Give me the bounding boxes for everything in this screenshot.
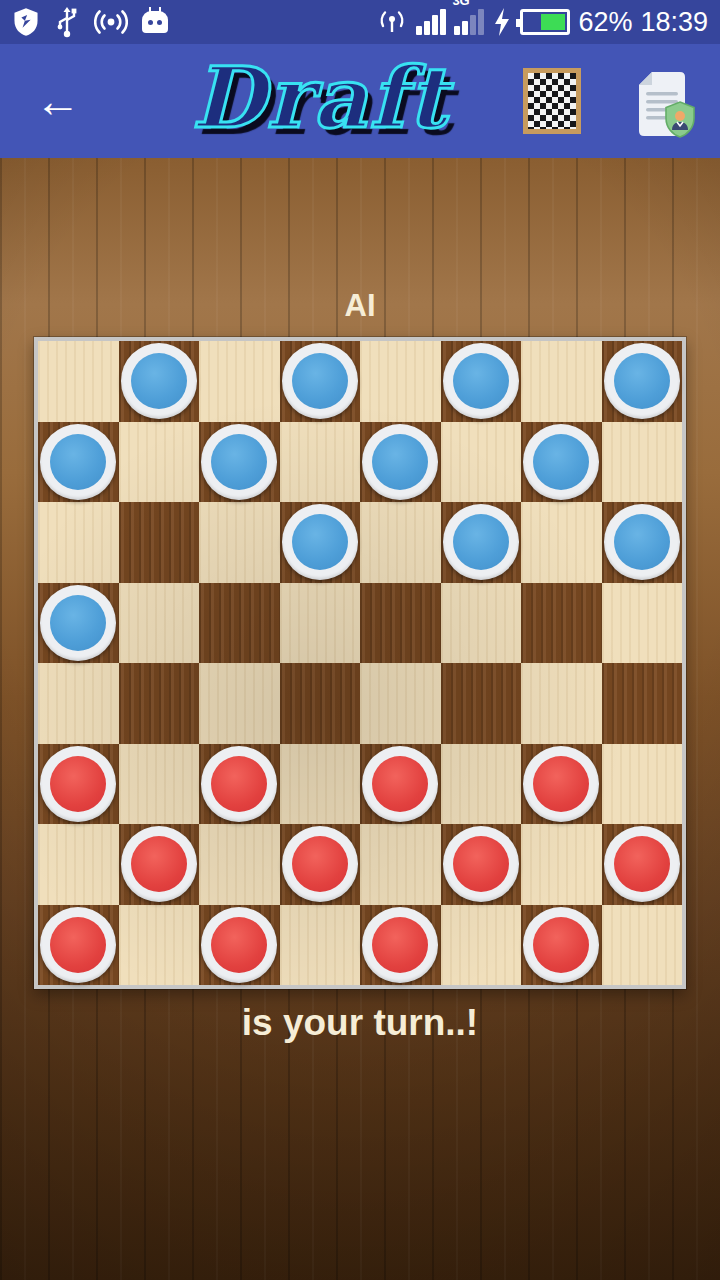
checker-piece-red[interactable] — [523, 746, 599, 822]
shield-icon — [12, 7, 40, 37]
piece-inner — [50, 917, 106, 973]
hotspot-icon — [94, 8, 128, 36]
checker-piece-red[interactable] — [443, 826, 519, 902]
board-square[interactable] — [119, 583, 200, 664]
board-square[interactable] — [38, 341, 119, 422]
piece-inner — [211, 434, 267, 490]
board-square[interactable] — [199, 422, 280, 503]
board-square[interactable] — [280, 341, 361, 422]
board-square[interactable] — [360, 663, 441, 744]
android-icon — [142, 11, 168, 33]
board-square[interactable] — [521, 663, 602, 744]
piece-inner — [372, 434, 428, 490]
board-square[interactable] — [602, 583, 683, 664]
screen: 3G 62% 18:39 ← Draft — [0, 0, 720, 1280]
piece-inner — [614, 353, 670, 409]
board-square[interactable] — [441, 341, 522, 422]
piece-inner — [292, 836, 348, 892]
board-square[interactable] — [38, 583, 119, 664]
checker-piece-blue[interactable] — [201, 424, 277, 500]
checker-piece-blue[interactable] — [40, 585, 116, 661]
piece-inner — [211, 917, 267, 973]
board-square[interactable] — [521, 502, 602, 583]
board-square[interactable] — [119, 744, 200, 825]
battery-percent: 62% — [578, 7, 632, 38]
checker-piece-blue[interactable] — [443, 504, 519, 580]
back-arrow-icon: ← — [35, 75, 81, 127]
board — [34, 337, 686, 989]
board-square[interactable] — [602, 502, 683, 583]
piece-inner — [50, 434, 106, 490]
piece-inner — [453, 836, 509, 892]
piece-inner — [292, 514, 348, 570]
checker-piece-blue[interactable] — [121, 343, 197, 419]
checker-piece-red[interactable] — [523, 907, 599, 983]
back-button[interactable]: ← — [30, 74, 86, 130]
board-square[interactable] — [521, 824, 602, 905]
board-square[interactable] — [280, 824, 361, 905]
piece-inner — [533, 756, 589, 812]
board-square[interactable] — [119, 824, 200, 905]
checkerboard-icon[interactable] — [523, 68, 581, 134]
board-square[interactable] — [360, 341, 441, 422]
board-square[interactable] — [521, 583, 602, 664]
board-square[interactable] — [360, 583, 441, 664]
board-square[interactable] — [280, 744, 361, 825]
checker-piece-red[interactable] — [282, 826, 358, 902]
board-square[interactable] — [441, 583, 522, 664]
checker-piece-red[interactable] — [201, 907, 277, 983]
piece-inner — [614, 836, 670, 892]
board-square[interactable] — [441, 663, 522, 744]
board-square[interactable] — [38, 905, 119, 986]
opponent-label: AI — [0, 288, 720, 324]
board-square[interactable] — [280, 422, 361, 503]
signal-icon — [416, 9, 446, 35]
app-title-logo: Draft — [130, 44, 510, 158]
piece-inner — [131, 353, 187, 409]
board-square[interactable] — [119, 663, 200, 744]
board-square[interactable] — [199, 905, 280, 986]
checker-piece-blue[interactable] — [604, 343, 680, 419]
board-square[interactable] — [38, 422, 119, 503]
board-square[interactable] — [199, 663, 280, 744]
status-icons-right: 3G 62% 18:39 — [376, 6, 708, 38]
board-square[interactable] — [441, 824, 522, 905]
board-square[interactable] — [602, 824, 683, 905]
board-square[interactable] — [199, 744, 280, 825]
status-icons-left — [12, 6, 168, 38]
checker-piece-blue[interactable] — [282, 504, 358, 580]
board-square[interactable] — [602, 663, 683, 744]
checker-piece-red[interactable] — [40, 746, 116, 822]
piece-inner — [533, 917, 589, 973]
board-square[interactable] — [280, 905, 361, 986]
checker-piece-blue[interactable] — [40, 424, 116, 500]
board-square[interactable] — [602, 744, 683, 825]
game-background: AI is your turn..! — [0, 158, 720, 1280]
charging-bolt-icon — [492, 7, 512, 37]
board-square[interactable] — [441, 744, 522, 825]
network-label: 3G — [452, 0, 469, 8]
piece-inner — [614, 514, 670, 570]
status-bar: 3G 62% 18:39 — [0, 0, 720, 44]
piece-inner — [453, 514, 509, 570]
board-square[interactable] — [38, 744, 119, 825]
board-square[interactable] — [199, 502, 280, 583]
board-square[interactable] — [602, 341, 683, 422]
board-square[interactable] — [360, 422, 441, 503]
piece-inner — [372, 756, 428, 812]
piece-inner — [50, 756, 106, 812]
board-square[interactable] — [360, 824, 441, 905]
checker-piece-blue[interactable] — [443, 343, 519, 419]
checker-piece-blue[interactable] — [604, 504, 680, 580]
checker-piece-red[interactable] — [362, 746, 438, 822]
piece-inner — [372, 917, 428, 973]
board-square[interactable] — [360, 502, 441, 583]
app-bar: ← Draft — [0, 44, 720, 158]
battery-fill — [541, 14, 566, 30]
board-square[interactable] — [441, 905, 522, 986]
checker-piece-blue[interactable] — [362, 424, 438, 500]
checker-piece-red[interactable] — [40, 907, 116, 983]
checker-piece-red[interactable] — [201, 746, 277, 822]
board-square[interactable] — [280, 583, 361, 664]
board-square[interactable] — [360, 905, 441, 986]
board-square[interactable] — [602, 905, 683, 986]
turn-message: is your turn..! — [0, 1002, 720, 1044]
checker-piece-red[interactable] — [362, 907, 438, 983]
board-square[interactable] — [441, 422, 522, 503]
piece-inner — [292, 353, 348, 409]
board-square[interactable] — [38, 824, 119, 905]
board-square[interactable] — [521, 744, 602, 825]
battery-icon — [520, 9, 570, 35]
tether-icon — [376, 6, 408, 38]
board-square[interactable] — [119, 905, 200, 986]
board-square[interactable] — [521, 905, 602, 986]
board-square[interactable] — [360, 744, 441, 825]
board-square[interactable] — [441, 502, 522, 583]
board-square[interactable] — [280, 663, 361, 744]
piece-inner — [131, 836, 187, 892]
checker-piece-red[interactable] — [121, 826, 197, 902]
board-square[interactable] — [199, 824, 280, 905]
piece-inner — [453, 353, 509, 409]
board-square[interactable] — [199, 341, 280, 422]
board-square[interactable] — [38, 663, 119, 744]
board-square[interactable] — [602, 422, 683, 503]
3g-signal-icon: 3G — [454, 9, 484, 35]
rules-document-icon[interactable] — [628, 68, 698, 148]
board-square[interactable] — [119, 341, 200, 422]
board-square[interactable] — [521, 341, 602, 422]
piece-inner — [533, 434, 589, 490]
board-square[interactable] — [119, 502, 200, 583]
checker-piece-blue[interactable] — [523, 424, 599, 500]
board-square[interactable] — [119, 422, 200, 503]
board-square[interactable] — [280, 502, 361, 583]
board-square[interactable] — [521, 422, 602, 503]
checker-piece-blue[interactable] — [282, 343, 358, 419]
piece-inner — [50, 595, 106, 651]
checker-piece-red[interactable] — [604, 826, 680, 902]
piece-inner — [211, 756, 267, 812]
board-square[interactable] — [199, 583, 280, 664]
usb-icon — [54, 6, 80, 38]
board-square[interactable] — [38, 502, 119, 583]
clock: 18:39 — [640, 7, 708, 38]
